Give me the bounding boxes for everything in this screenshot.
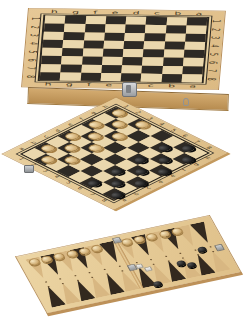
coordinate-label: 7 xyxy=(25,67,38,70)
wood-checker-piece xyxy=(109,131,129,141)
dark-square xyxy=(103,49,124,57)
light-square xyxy=(103,41,124,49)
peg-hole xyxy=(121,270,124,272)
dark-square xyxy=(163,58,184,66)
black-checker-piece xyxy=(109,191,126,199)
black-checker-piece xyxy=(179,156,196,164)
peg-hole xyxy=(118,266,121,268)
black-checker-piece xyxy=(85,179,102,187)
light-square xyxy=(105,24,126,32)
dark-square xyxy=(63,32,84,40)
peg-hole xyxy=(197,254,200,256)
black-checker-piece xyxy=(132,156,149,164)
light-square xyxy=(40,64,61,72)
light-square xyxy=(166,17,187,25)
backgammon-board xyxy=(15,215,243,316)
light-square xyxy=(163,50,184,58)
peg-hole xyxy=(59,278,62,280)
black-checker-piece xyxy=(132,179,149,187)
product-photo-canvas: hgfedcba hgfedcba 12345678 12345678 abcd… xyxy=(0,0,250,333)
light-square xyxy=(64,24,85,32)
coordinate-label: a xyxy=(195,11,202,16)
light-square xyxy=(183,58,204,66)
coordinate-label: g xyxy=(66,82,73,87)
coordinate-label: c xyxy=(147,83,154,88)
peg-hole xyxy=(106,273,109,275)
light-square xyxy=(141,74,162,82)
coordinate-label: 5 xyxy=(207,53,220,56)
coordinate-label: b xyxy=(168,83,175,88)
coordinate-label: c xyxy=(154,11,161,16)
light-square xyxy=(123,49,144,57)
peg-hole xyxy=(194,249,197,251)
light-square xyxy=(45,15,66,23)
wood-checker-piece xyxy=(62,143,82,153)
wood-checker-piece xyxy=(62,131,82,141)
dark-square xyxy=(142,65,163,73)
light-square xyxy=(102,57,123,65)
light-square xyxy=(43,32,64,40)
dark-square xyxy=(125,25,146,33)
dark-square xyxy=(43,40,64,48)
light-square xyxy=(63,40,84,48)
peg-hole xyxy=(135,262,138,264)
light-square xyxy=(184,42,205,50)
dark-square xyxy=(164,41,185,49)
light-square xyxy=(60,72,81,80)
light-square xyxy=(84,32,105,40)
peg-hole xyxy=(62,283,65,285)
wood-checker-piece xyxy=(38,143,58,153)
dark-square xyxy=(123,41,144,49)
dark-square xyxy=(101,65,122,73)
wood-checker-piece xyxy=(109,120,129,130)
coordinate-label: a xyxy=(189,84,196,89)
light-square xyxy=(162,66,183,74)
light-square xyxy=(124,33,145,41)
black-checker-piece xyxy=(156,156,173,164)
coordinate-label: 4 xyxy=(27,42,40,45)
peg-hole xyxy=(44,281,47,283)
peg-hole xyxy=(91,277,94,279)
light-square xyxy=(145,25,166,33)
coordinate-label: 8 xyxy=(24,75,37,78)
dark-square xyxy=(44,24,65,32)
dark-square xyxy=(65,16,86,24)
light-square xyxy=(82,48,103,56)
light-square xyxy=(61,56,82,64)
peg-hole xyxy=(76,280,79,282)
peg-hole xyxy=(167,260,170,262)
coordinate-label: b xyxy=(174,11,181,16)
peg-hole xyxy=(165,256,168,258)
peg-hole xyxy=(150,259,153,261)
peg-hole xyxy=(182,257,185,259)
dark-square xyxy=(82,56,103,64)
dark-square xyxy=(80,73,101,81)
dark-square xyxy=(121,73,142,81)
coordinate-label: h xyxy=(51,9,58,14)
coordinate-label: 1 xyxy=(29,17,42,20)
coordinate-label: 6 xyxy=(25,59,38,62)
coordinate-label: 3 xyxy=(208,36,221,39)
black-checker-piece xyxy=(156,144,173,152)
peg-hole xyxy=(179,252,182,254)
coordinate-label: f xyxy=(93,10,97,15)
dark-square xyxy=(41,56,62,64)
checkers-board-scene: abcdefgh abcdefgh 12345678 12345678 xyxy=(2,97,230,211)
light-square xyxy=(165,33,186,41)
backgammon-field xyxy=(25,221,231,307)
coordinate-label: 8 xyxy=(205,78,218,81)
backgammon-scene xyxy=(16,216,242,315)
peg-hole xyxy=(152,263,155,265)
dark-square xyxy=(105,16,126,24)
dark-square xyxy=(143,49,164,57)
wood-checker-piece xyxy=(109,108,129,118)
peg-hole xyxy=(47,286,50,288)
black-checker-piece xyxy=(156,167,173,175)
coordinate-label: 4 xyxy=(208,45,221,48)
dark-square xyxy=(144,33,165,41)
dark-square xyxy=(183,50,204,58)
clasp-hook-icon xyxy=(183,98,189,106)
coordinate-label: 2 xyxy=(28,25,41,28)
chess-grid xyxy=(38,15,210,84)
coordinate-label: 1 xyxy=(210,20,223,23)
checkers-board: abcdefgh abcdefgh 12345678 12345678 xyxy=(1,97,230,212)
black-checker-piece xyxy=(132,167,149,175)
light-square xyxy=(85,16,106,24)
wood-checker-piece xyxy=(85,143,105,153)
latch-clasp-icon xyxy=(122,82,137,97)
dark-square xyxy=(62,48,83,56)
coordinate-label: 6 xyxy=(206,61,219,64)
coordinate-label: h xyxy=(44,81,51,86)
wood-checker-piece xyxy=(38,155,58,165)
coordinate-label: 3 xyxy=(28,34,41,37)
coordinate-label: e xyxy=(105,82,112,87)
dark-square xyxy=(146,17,167,25)
hinge-icon-left-edge xyxy=(24,165,34,173)
dark-square xyxy=(40,72,61,80)
light-square xyxy=(142,57,163,65)
peg-hole xyxy=(103,269,106,271)
wood-checker-piece xyxy=(62,155,82,165)
light-square xyxy=(100,73,121,81)
wood-checker-piece xyxy=(132,120,152,130)
dark-point xyxy=(41,285,66,308)
dark-square xyxy=(161,74,182,82)
light-square xyxy=(121,65,142,73)
coordinate-label: 7 xyxy=(206,69,219,72)
light-square xyxy=(186,26,207,34)
coordinate-label: g xyxy=(72,9,79,14)
light-square xyxy=(81,65,102,73)
dark-square xyxy=(165,25,186,33)
closed-chess-box-scene: hgfedcba hgfedcba 12345678 12345678 xyxy=(21,8,226,90)
black-checker-piece xyxy=(109,179,126,187)
checkers-pieces-layer xyxy=(3,97,227,209)
light-square xyxy=(144,41,165,49)
black-checker-piece xyxy=(179,144,196,152)
dark-square xyxy=(122,57,143,65)
peg-hole xyxy=(89,272,92,274)
dark-square xyxy=(84,24,105,32)
wood-checker-piece xyxy=(85,120,105,130)
coordinate-label: d xyxy=(132,10,139,15)
coordinate-label: 5 xyxy=(26,50,39,53)
dark-point xyxy=(190,221,215,244)
chess-board-lid: hgfedcba hgfedcba 12345678 12345678 xyxy=(21,8,226,90)
light-square xyxy=(42,48,63,56)
peg-hole xyxy=(74,275,77,277)
wood-checker-piece xyxy=(85,131,105,141)
dark-square xyxy=(83,40,104,48)
dark-square xyxy=(61,64,82,72)
dark-square xyxy=(186,17,207,25)
coordinate-label: e xyxy=(111,10,118,15)
dark-square xyxy=(104,32,125,40)
dark-square xyxy=(185,34,206,42)
coordinate-label: 2 xyxy=(209,28,222,31)
dark-square xyxy=(182,66,203,74)
black-checker-piece xyxy=(109,167,126,175)
light-square xyxy=(181,74,202,82)
coordinate-label: f xyxy=(87,82,91,87)
peg-hole xyxy=(209,246,212,248)
light-square xyxy=(126,17,147,25)
peg-hole xyxy=(211,251,214,253)
